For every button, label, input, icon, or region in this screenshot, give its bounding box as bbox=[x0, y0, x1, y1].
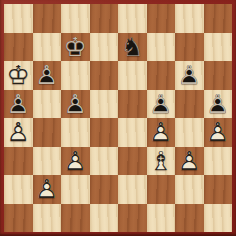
board-frame: ♚♔♞♘♚♔♟♙♟♙♟♙♟♙♟♙♟♙♟♙♟♙♟♙♟♙♝♗♟♙♟♙ bbox=[0, 0, 236, 236]
square-e5[interactable] bbox=[118, 90, 147, 119]
piece-outline-layer: ♗ bbox=[147, 147, 176, 176]
piece-black-pawn[interactable]: ♟♙ bbox=[4, 90, 33, 119]
square-a5[interactable]: ♟♙ bbox=[4, 90, 33, 119]
square-g8[interactable] bbox=[175, 4, 204, 33]
square-g6[interactable]: ♟♙ bbox=[175, 61, 204, 90]
square-f8[interactable] bbox=[147, 4, 176, 33]
square-b6[interactable]: ♟♙ bbox=[33, 61, 62, 90]
piece-black-king[interactable]: ♚♔ bbox=[61, 33, 90, 62]
piece-black-pawn[interactable]: ♟♙ bbox=[147, 90, 176, 119]
square-h4[interactable]: ♟♙ bbox=[204, 118, 233, 147]
square-f7[interactable] bbox=[147, 33, 176, 62]
square-g3[interactable]: ♟♙ bbox=[175, 147, 204, 176]
square-h5[interactable]: ♟♙ bbox=[204, 90, 233, 119]
square-e6[interactable] bbox=[118, 61, 147, 90]
square-f6[interactable] bbox=[147, 61, 176, 90]
piece-black-pawn[interactable]: ♟♙ bbox=[33, 61, 62, 90]
square-c5[interactable]: ♟♙ bbox=[61, 90, 90, 119]
square-a8[interactable] bbox=[4, 4, 33, 33]
square-a6[interactable]: ♚♔ bbox=[4, 61, 33, 90]
square-d8[interactable] bbox=[90, 4, 119, 33]
piece-outline-layer: ♙ bbox=[61, 90, 90, 119]
square-h8[interactable] bbox=[204, 4, 233, 33]
square-d1[interactable] bbox=[90, 204, 119, 233]
piece-outline-layer: ♙ bbox=[4, 118, 33, 147]
square-f1[interactable] bbox=[147, 204, 176, 233]
square-d3[interactable] bbox=[90, 147, 119, 176]
square-a7[interactable] bbox=[4, 33, 33, 62]
square-h7[interactable] bbox=[204, 33, 233, 62]
piece-outline-layer: ♙ bbox=[175, 61, 204, 90]
square-c2[interactable] bbox=[61, 175, 90, 204]
piece-white-king[interactable]: ♚♔ bbox=[4, 61, 33, 90]
square-b1[interactable] bbox=[33, 204, 62, 233]
square-g1[interactable] bbox=[175, 204, 204, 233]
piece-outline-layer: ♙ bbox=[147, 118, 176, 147]
square-f3[interactable]: ♝♗ bbox=[147, 147, 176, 176]
piece-white-pawn[interactable]: ♟♙ bbox=[175, 147, 204, 176]
chess-board: ♚♔♞♘♚♔♟♙♟♙♟♙♟♙♟♙♟♙♟♙♟♙♟♙♟♙♝♗♟♙♟♙ bbox=[4, 4, 232, 232]
square-b5[interactable] bbox=[33, 90, 62, 119]
piece-outline-layer: ♔ bbox=[4, 61, 33, 90]
piece-white-pawn[interactable]: ♟♙ bbox=[33, 175, 62, 204]
square-e8[interactable] bbox=[118, 4, 147, 33]
piece-outline-layer: ♔ bbox=[61, 33, 90, 62]
piece-outline-layer: ♙ bbox=[33, 61, 62, 90]
square-f4[interactable]: ♟♙ bbox=[147, 118, 176, 147]
piece-white-pawn[interactable]: ♟♙ bbox=[4, 118, 33, 147]
piece-white-pawn[interactable]: ♟♙ bbox=[147, 118, 176, 147]
square-b2[interactable]: ♟♙ bbox=[33, 175, 62, 204]
square-f2[interactable] bbox=[147, 175, 176, 204]
piece-outline-layer: ♙ bbox=[4, 90, 33, 119]
square-d7[interactable] bbox=[90, 33, 119, 62]
square-g2[interactable] bbox=[175, 175, 204, 204]
square-c1[interactable] bbox=[61, 204, 90, 233]
square-e2[interactable] bbox=[118, 175, 147, 204]
square-b4[interactable] bbox=[33, 118, 62, 147]
square-a4[interactable]: ♟♙ bbox=[4, 118, 33, 147]
square-c8[interactable] bbox=[61, 4, 90, 33]
square-c3[interactable]: ♟♙ bbox=[61, 147, 90, 176]
square-b3[interactable] bbox=[33, 147, 62, 176]
piece-white-pawn[interactable]: ♟♙ bbox=[61, 147, 90, 176]
square-h2[interactable] bbox=[204, 175, 233, 204]
square-d5[interactable] bbox=[90, 90, 119, 119]
square-h3[interactable] bbox=[204, 147, 233, 176]
piece-outline-layer: ♙ bbox=[147, 90, 176, 119]
piece-white-bishop[interactable]: ♝♗ bbox=[147, 147, 176, 176]
piece-black-pawn[interactable]: ♟♙ bbox=[175, 61, 204, 90]
piece-outline-layer: ♙ bbox=[33, 175, 62, 204]
square-g5[interactable] bbox=[175, 90, 204, 119]
piece-white-pawn[interactable]: ♟♙ bbox=[204, 118, 233, 147]
square-d6[interactable] bbox=[90, 61, 119, 90]
piece-outline-layer: ♘ bbox=[118, 33, 147, 62]
piece-outline-layer: ♙ bbox=[204, 118, 233, 147]
square-e7[interactable]: ♞♘ bbox=[118, 33, 147, 62]
piece-black-pawn[interactable]: ♟♙ bbox=[204, 90, 233, 119]
square-a3[interactable] bbox=[4, 147, 33, 176]
square-c7[interactable]: ♚♔ bbox=[61, 33, 90, 62]
square-g7[interactable] bbox=[175, 33, 204, 62]
square-h1[interactable] bbox=[204, 204, 233, 233]
square-b8[interactable] bbox=[33, 4, 62, 33]
square-b7[interactable] bbox=[33, 33, 62, 62]
piece-black-knight[interactable]: ♞♘ bbox=[118, 33, 147, 62]
square-e1[interactable] bbox=[118, 204, 147, 233]
square-d2[interactable] bbox=[90, 175, 119, 204]
square-e4[interactable] bbox=[118, 118, 147, 147]
square-g4[interactable] bbox=[175, 118, 204, 147]
square-a2[interactable] bbox=[4, 175, 33, 204]
piece-outline-layer: ♙ bbox=[175, 147, 204, 176]
square-f5[interactable]: ♟♙ bbox=[147, 90, 176, 119]
square-h6[interactable] bbox=[204, 61, 233, 90]
square-a1[interactable] bbox=[4, 204, 33, 233]
square-c6[interactable] bbox=[61, 61, 90, 90]
square-d4[interactable] bbox=[90, 118, 119, 147]
piece-black-pawn[interactable]: ♟♙ bbox=[61, 90, 90, 119]
square-c4[interactable] bbox=[61, 118, 90, 147]
square-e3[interactable] bbox=[118, 147, 147, 176]
piece-outline-layer: ♙ bbox=[204, 90, 233, 119]
piece-outline-layer: ♙ bbox=[61, 147, 90, 176]
